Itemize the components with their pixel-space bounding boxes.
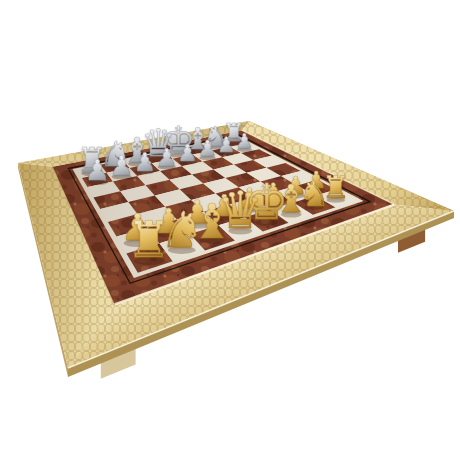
product-photo-stage: ♜♞♝♛♚♝♞♜♟♟♟♟♟♟♟♟♟♟♟♟♟♟♟♟♜♞♝♛♚♝♞♜ <box>0 0 460 460</box>
chess-board <box>0 0 460 460</box>
